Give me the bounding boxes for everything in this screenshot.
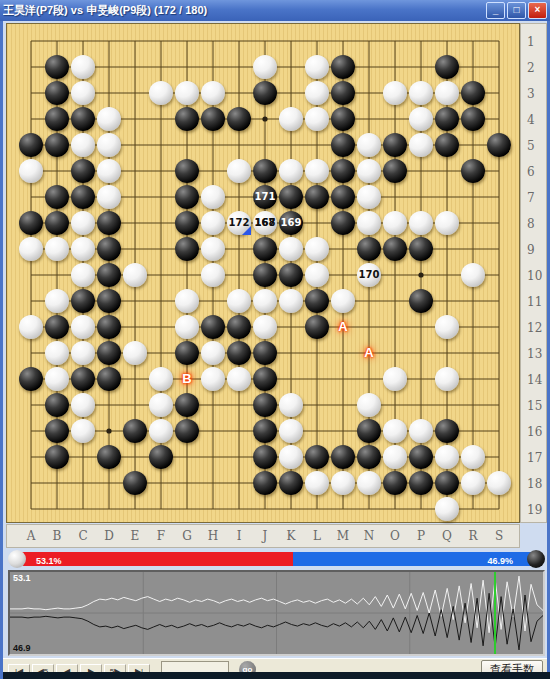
black-stone: [45, 185, 69, 209]
row-label: 3: [527, 87, 547, 103]
black-stone: [409, 237, 433, 261]
black-stone: [357, 237, 381, 261]
black-stone: [253, 341, 277, 365]
black-stone: [71, 159, 95, 183]
white-stone: [227, 289, 251, 313]
black-stone: [97, 315, 121, 339]
black-stone: [97, 263, 121, 287]
black-stone: [45, 133, 69, 157]
black-stone: [279, 185, 303, 209]
white-stone: [149, 367, 173, 391]
winrate-graph[interactable]: 53.1 46.9: [8, 570, 545, 656]
black-stone: [45, 107, 69, 131]
move-number-label: 169: [279, 211, 303, 235]
black-stone: [305, 445, 329, 469]
variation-letter-label: B: [175, 367, 199, 391]
black-stone: [383, 471, 407, 495]
white-stone: [19, 237, 43, 261]
black-stone: [383, 237, 407, 261]
white-stone: [71, 341, 95, 365]
black-stone: [71, 289, 95, 313]
black-stone: [331, 55, 355, 79]
column-label: O: [386, 529, 404, 543]
white-stone: [383, 211, 407, 235]
row-coordinates: 12345678910111213141516171819: [520, 23, 547, 523]
column-label: C: [74, 529, 92, 543]
black-stone: [175, 107, 199, 131]
black-stone: [97, 445, 121, 469]
white-stone: [253, 315, 277, 339]
move-number-label: 168: [253, 211, 277, 235]
column-label: G: [178, 529, 196, 543]
black-stone: [409, 289, 433, 313]
white-stone: [71, 393, 95, 417]
row-label: 15: [527, 399, 547, 415]
column-label: N: [360, 529, 378, 543]
black-stone: [383, 159, 407, 183]
window-title: 王昊洋(P7段) vs 申旻峻(P9段) (172 / 180): [3, 3, 484, 18]
black-stone: [45, 81, 69, 105]
black-stone: [357, 419, 381, 443]
column-label: A: [22, 529, 40, 543]
black-stone: [253, 471, 277, 495]
white-stone: [357, 393, 381, 417]
black-stone: [435, 55, 459, 79]
black-stone: [175, 211, 199, 235]
black-stone: [71, 367, 95, 391]
black-stone: [331, 185, 355, 209]
column-label: S: [490, 529, 508, 543]
column-label: E: [126, 529, 144, 543]
white-stone: [201, 185, 225, 209]
black-stone: [253, 263, 277, 287]
black-stone: [97, 289, 121, 313]
row-label: 5: [527, 139, 547, 155]
black-stone: [331, 211, 355, 235]
black-stone: [331, 159, 355, 183]
black-stone: [45, 211, 69, 235]
white-stone: [175, 81, 199, 105]
white-stone: [305, 159, 329, 183]
graph-black-label: 46.9: [13, 643, 31, 653]
winrate-track: 53.1% 46.9%: [14, 552, 539, 566]
white-stone: [305, 263, 329, 287]
white-stone: [123, 263, 147, 287]
black-stone-icon: [527, 550, 545, 568]
black-stone: [175, 419, 199, 443]
column-label: B: [48, 529, 66, 543]
white-stone: [19, 159, 43, 183]
black-stone: [201, 315, 225, 339]
black-stone: [435, 107, 459, 131]
white-stone: [409, 107, 433, 131]
white-stone: [279, 445, 303, 469]
white-stone: [409, 419, 433, 443]
white-stone: [253, 289, 277, 313]
black-stone: [253, 237, 277, 261]
white-stone: [201, 81, 225, 105]
row-label: 14: [527, 373, 547, 389]
last-move-marker: [242, 226, 251, 235]
white-stone: [45, 237, 69, 261]
white-stone: [279, 159, 303, 183]
white-stone: [201, 237, 225, 261]
white-stone: [487, 471, 511, 495]
black-stone: [45, 55, 69, 79]
black-stone: [461, 81, 485, 105]
black-stone: [435, 133, 459, 157]
column-label: R: [464, 529, 482, 543]
row-label: 9: [527, 243, 547, 259]
black-stone: [45, 419, 69, 443]
row-label: 19: [527, 503, 547, 519]
black-stone: [383, 133, 407, 157]
white-stone: [71, 55, 95, 79]
row-label: 12: [527, 321, 547, 337]
white-stone: [279, 289, 303, 313]
black-stone: [19, 367, 43, 391]
black-stone: [175, 237, 199, 261]
white-stone: [461, 445, 485, 469]
black-stone: [409, 471, 433, 495]
black-stone: [253, 419, 277, 443]
white-stone: [435, 81, 459, 105]
white-stone: [279, 107, 303, 131]
white-stone: [45, 367, 69, 391]
black-stone: [279, 471, 303, 495]
row-label: 2: [527, 61, 547, 77]
black-stone: [123, 419, 147, 443]
move-number-label: 171: [253, 185, 277, 209]
white-stone: [409, 133, 433, 157]
black-stone: [97, 367, 121, 391]
white-stone: [305, 81, 329, 105]
white-stone: [409, 81, 433, 105]
black-stone: [253, 159, 277, 183]
white-stone: [331, 289, 355, 313]
column-label: Q: [438, 529, 456, 543]
white-stone: [227, 367, 251, 391]
white-stone: [435, 445, 459, 469]
column-label: P: [412, 529, 430, 543]
white-stone: [45, 341, 69, 365]
white-stone: [461, 263, 485, 287]
column-label: J: [256, 529, 274, 543]
black-stone: [45, 315, 69, 339]
white-stone: [123, 341, 147, 365]
white-stone: [305, 471, 329, 495]
white-stone: [357, 185, 381, 209]
black-stone: [45, 445, 69, 469]
column-label: I: [230, 529, 248, 543]
white-stone: [435, 211, 459, 235]
white-stone: [357, 211, 381, 235]
black-stone: [175, 185, 199, 209]
column-label: H: [204, 529, 222, 543]
graph-plot: [10, 572, 543, 654]
row-label: 18: [527, 477, 547, 493]
maximize-button[interactable]: □: [507, 2, 526, 19]
black-stone: [279, 263, 303, 287]
go-board[interactable]: 171167172168169170AAB: [6, 23, 520, 523]
white-stone: [71, 419, 95, 443]
white-stone: [71, 263, 95, 287]
black-stone: [123, 471, 147, 495]
black-stone: [71, 185, 95, 209]
row-label: 6: [527, 165, 547, 181]
white-stone: [175, 289, 199, 313]
white-stone: [383, 445, 407, 469]
white-stone: [331, 471, 355, 495]
white-stone: [305, 237, 329, 261]
white-stone: [227, 159, 251, 183]
white-stone: [201, 211, 225, 235]
white-stone: [19, 315, 43, 339]
black-stone: [331, 81, 355, 105]
black-stone: [331, 107, 355, 131]
white-stone: [97, 107, 121, 131]
white-stone: [383, 419, 407, 443]
white-stone: [71, 211, 95, 235]
white-stone: [97, 159, 121, 183]
graph-white-label: 53.1: [13, 573, 31, 583]
black-winrate-label: 46.9%: [487, 554, 513, 566]
black-stone: [461, 107, 485, 131]
white-stone: [149, 393, 173, 417]
black-stone: [253, 367, 277, 391]
white-stone: [71, 81, 95, 105]
row-label: 10: [527, 269, 547, 285]
title-bar: 王昊洋(P7段) vs 申旻峻(P9段) (172 / 180) _ □ ×: [0, 0, 550, 21]
black-stone: [97, 237, 121, 261]
row-label: 16: [527, 425, 547, 441]
white-stone: [45, 289, 69, 313]
white-stone: [253, 55, 277, 79]
column-label: M: [334, 529, 352, 543]
white-stone: [409, 211, 433, 235]
white-stone: [435, 367, 459, 391]
white-stone: [357, 471, 381, 495]
white-stone: [435, 315, 459, 339]
black-stone: [253, 81, 277, 105]
close-window-button[interactable]: ×: [528, 2, 547, 19]
black-stone: [305, 315, 329, 339]
white-stone: [97, 133, 121, 157]
client-area: 171167172168169170AAB 123456789101112131…: [0, 21, 550, 679]
white-stone: [279, 393, 303, 417]
black-stone: [409, 445, 433, 469]
black-stone: [149, 445, 173, 469]
row-label: 8: [527, 217, 547, 233]
black-stone: [97, 341, 121, 365]
taskbar-strip: [3, 672, 550, 679]
row-label: 4: [527, 113, 547, 129]
app-window: 王昊洋(P7段) vs 申旻峻(P9段) (172 / 180) _ □ × 1…: [0, 0, 550, 679]
row-label: 17: [527, 451, 547, 467]
row-label: 13: [527, 347, 547, 363]
column-label: L: [308, 529, 326, 543]
white-stone: [201, 263, 225, 287]
white-stone-icon: [8, 550, 26, 568]
white-stone: [357, 159, 381, 183]
variation-letter-label: A: [331, 315, 355, 339]
black-stone: [253, 393, 277, 417]
white-stone: [279, 237, 303, 261]
black-stone: [305, 289, 329, 313]
black-stone: [305, 185, 329, 209]
white-stone: [149, 419, 173, 443]
black-stone: [331, 445, 355, 469]
black-stone: [97, 211, 121, 235]
white-stone: [357, 133, 381, 157]
white-stone: [71, 237, 95, 261]
black-stone: [487, 133, 511, 157]
black-stone: [227, 107, 251, 131]
column-coordinates: ABCDEFGHIJKLMNOPQRS: [6, 524, 520, 548]
white-stone: [97, 185, 121, 209]
black-stone: [253, 445, 277, 469]
column-label: F: [152, 529, 170, 543]
white-stone: [383, 367, 407, 391]
black-stone: [201, 107, 225, 131]
black-stone: [435, 471, 459, 495]
white-stone: [71, 133, 95, 157]
minimize-button[interactable]: _: [486, 2, 505, 19]
black-stone: [357, 445, 381, 469]
white-stone: [305, 107, 329, 131]
black-stone: [19, 133, 43, 157]
column-label: K: [282, 529, 300, 543]
white-stone: [201, 341, 225, 365]
row-label: 7: [527, 191, 547, 207]
black-stone: [435, 419, 459, 443]
black-stone: [227, 315, 251, 339]
white-stone: [435, 497, 459, 521]
winrate-bar: 53.1% 46.9%: [6, 550, 547, 568]
black-stone: [331, 133, 355, 157]
white-stone: [201, 367, 225, 391]
black-stone: [45, 393, 69, 417]
white-stone: [71, 315, 95, 339]
white-stone: [175, 315, 199, 339]
black-stone: [461, 159, 485, 183]
row-label: 1: [527, 35, 547, 51]
black-stone: [175, 341, 199, 365]
white-stone: [279, 419, 303, 443]
column-label: D: [100, 529, 118, 543]
white-stone: [461, 471, 485, 495]
white-stone: [149, 81, 173, 105]
black-stone: [175, 159, 199, 183]
row-label: 11: [527, 295, 547, 311]
black-stone: [175, 393, 199, 417]
white-stone: [305, 55, 329, 79]
black-stone: [19, 211, 43, 235]
variation-letter-label: A: [357, 341, 381, 365]
black-stone: [227, 341, 251, 365]
black-stone: [71, 107, 95, 131]
white-stone: [383, 81, 407, 105]
white-winrate-label: 53.1%: [36, 554, 62, 566]
move-number-label: 170: [357, 263, 381, 287]
